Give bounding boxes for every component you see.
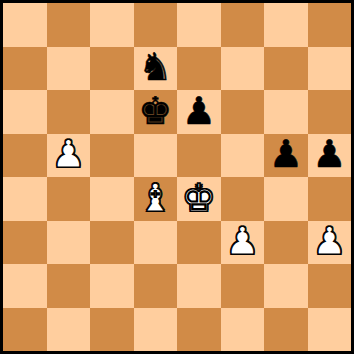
square-e2[interactable] (177, 264, 221, 308)
square-g3[interactable] (264, 221, 308, 265)
square-b7[interactable] (47, 47, 91, 91)
square-f8[interactable] (221, 3, 265, 47)
piece-white-bishop[interactable]: ♝ (138, 179, 172, 217)
square-a5[interactable] (3, 134, 47, 178)
square-f7[interactable] (221, 47, 265, 91)
square-c4[interactable] (90, 177, 134, 221)
square-a2[interactable] (3, 264, 47, 308)
piece-black-pawn[interactable]: ♟ (182, 92, 216, 130)
square-b3[interactable] (47, 221, 91, 265)
square-f6[interactable] (221, 90, 265, 134)
piece-white-pawn[interactable]: ♟ (225, 222, 259, 260)
square-a6[interactable] (3, 90, 47, 134)
square-a3[interactable] (3, 221, 47, 265)
square-a4[interactable] (3, 177, 47, 221)
square-g4[interactable] (264, 177, 308, 221)
square-d1[interactable] (134, 308, 178, 352)
square-b4[interactable] (47, 177, 91, 221)
piece-white-pawn[interactable]: ♟ (312, 222, 346, 260)
square-g6[interactable] (264, 90, 308, 134)
square-h4[interactable] (308, 177, 352, 221)
square-d3[interactable] (134, 221, 178, 265)
square-g1[interactable] (264, 308, 308, 352)
chess-board-frame: ♞♚♟♟♟♟♝♚♟♟ (0, 0, 354, 354)
square-c5[interactable] (90, 134, 134, 178)
square-e4[interactable]: ♚ (177, 177, 221, 221)
square-d8[interactable] (134, 3, 178, 47)
square-a8[interactable] (3, 3, 47, 47)
square-f3[interactable]: ♟ (221, 221, 265, 265)
square-d5[interactable] (134, 134, 178, 178)
square-c1[interactable] (90, 308, 134, 352)
piece-white-pawn[interactable]: ♟ (51, 135, 85, 173)
square-e8[interactable] (177, 3, 221, 47)
square-b8[interactable] (47, 3, 91, 47)
square-c7[interactable] (90, 47, 134, 91)
square-f1[interactable] (221, 308, 265, 352)
square-e6[interactable]: ♟ (177, 90, 221, 134)
piece-black-pawn[interactable]: ♟ (312, 135, 346, 173)
square-a7[interactable] (3, 47, 47, 91)
square-h8[interactable] (308, 3, 352, 47)
square-b6[interactable] (47, 90, 91, 134)
piece-black-king[interactable]: ♚ (138, 92, 172, 130)
square-h3[interactable]: ♟ (308, 221, 352, 265)
piece-black-pawn[interactable]: ♟ (269, 135, 303, 173)
square-b1[interactable] (47, 308, 91, 352)
square-e5[interactable] (177, 134, 221, 178)
square-g8[interactable] (264, 3, 308, 47)
square-d6[interactable]: ♚ (134, 90, 178, 134)
square-d2[interactable] (134, 264, 178, 308)
square-g5[interactable]: ♟ (264, 134, 308, 178)
square-c8[interactable] (90, 3, 134, 47)
square-g2[interactable] (264, 264, 308, 308)
piece-white-king[interactable]: ♚ (182, 179, 216, 217)
square-h2[interactable] (308, 264, 352, 308)
square-b5[interactable]: ♟ (47, 134, 91, 178)
square-c2[interactable] (90, 264, 134, 308)
chess-board: ♞♚♟♟♟♟♝♚♟♟ (3, 3, 351, 351)
square-c3[interactable] (90, 221, 134, 265)
square-e1[interactable] (177, 308, 221, 352)
square-f2[interactable] (221, 264, 265, 308)
square-e3[interactable] (177, 221, 221, 265)
square-f5[interactable] (221, 134, 265, 178)
square-d7[interactable]: ♞ (134, 47, 178, 91)
square-d4[interactable]: ♝ (134, 177, 178, 221)
square-h6[interactable] (308, 90, 352, 134)
square-h1[interactable] (308, 308, 352, 352)
square-c6[interactable] (90, 90, 134, 134)
square-h7[interactable] (308, 47, 352, 91)
square-e7[interactable] (177, 47, 221, 91)
square-f4[interactable] (221, 177, 265, 221)
square-a1[interactable] (3, 308, 47, 352)
square-g7[interactable] (264, 47, 308, 91)
square-h5[interactable]: ♟ (308, 134, 352, 178)
piece-black-knight[interactable]: ♞ (138, 48, 172, 86)
square-b2[interactable] (47, 264, 91, 308)
